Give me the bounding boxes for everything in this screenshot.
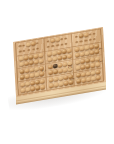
empty-hole[interactable] bbox=[36, 47, 39, 50]
empty-hole[interactable] bbox=[60, 38, 63, 41]
peg[interactable] bbox=[96, 69, 101, 74]
peg[interactable] bbox=[96, 75, 101, 80]
empty-hole[interactable] bbox=[89, 38, 92, 41]
peg[interactable] bbox=[78, 33, 83, 38]
peg[interactable] bbox=[95, 62, 100, 67]
empty-hole[interactable] bbox=[23, 49, 26, 52]
empty-hole[interactable] bbox=[75, 35, 78, 38]
peg[interactable] bbox=[50, 38, 55, 43]
peg[interactable] bbox=[66, 48, 71, 53]
peg[interactable] bbox=[40, 85, 45, 90]
empty-hole[interactable] bbox=[46, 40, 49, 43]
empty-hole[interactable] bbox=[47, 45, 50, 48]
empty-hole[interactable] bbox=[56, 44, 59, 47]
empty-hole[interactable] bbox=[36, 42, 39, 45]
peg[interactable] bbox=[55, 37, 60, 42]
section-number-label: 4 bbox=[97, 47, 103, 50]
peg[interactable] bbox=[83, 32, 88, 37]
empty-hole[interactable] bbox=[60, 43, 63, 46]
empty-hole[interactable] bbox=[89, 33, 92, 36]
peg[interactable] bbox=[39, 58, 44, 63]
empty-hole[interactable] bbox=[75, 41, 78, 44]
empty-hole[interactable] bbox=[64, 43, 67, 46]
empty-hole[interactable] bbox=[79, 40, 82, 43]
empty-hole[interactable] bbox=[64, 37, 67, 40]
empty-hole[interactable] bbox=[93, 38, 96, 41]
empty-hole[interactable] bbox=[19, 50, 22, 53]
empty-hole[interactable] bbox=[18, 45, 21, 48]
empty-hole[interactable] bbox=[84, 39, 87, 42]
product-photo: 421035 bbox=[0, 0, 114, 144]
empty-hole[interactable] bbox=[93, 32, 96, 35]
empty-hole[interactable] bbox=[32, 48, 35, 51]
empty-hole[interactable] bbox=[22, 44, 25, 47]
empty-hole[interactable] bbox=[27, 49, 30, 52]
peg[interactable] bbox=[67, 54, 72, 59]
peg[interactable] bbox=[38, 53, 43, 58]
peg[interactable] bbox=[40, 79, 45, 84]
empty-hole[interactable] bbox=[51, 45, 54, 48]
